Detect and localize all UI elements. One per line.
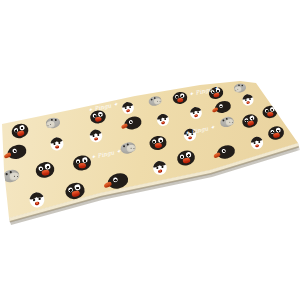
pingu-profile-face — [6, 143, 27, 160]
pingu-open-beak-face — [72, 155, 91, 172]
pinga-face — [89, 129, 104, 144]
pinga-face — [156, 113, 170, 127]
robby-seal-face — [148, 95, 162, 107]
pingu-profile-face — [216, 144, 236, 160]
pinga-face — [49, 136, 64, 151]
pingu-open-beak-face — [34, 161, 55, 180]
pingu-open-beak-face — [149, 135, 168, 151]
pinga-face — [241, 93, 254, 106]
pingu-profile-face — [123, 115, 142, 131]
robby-seal-face — [233, 82, 247, 93]
pinga-face — [28, 191, 46, 209]
pinga-face — [121, 101, 135, 115]
pinga-face — [189, 106, 203, 120]
pingu-logo: ✦ Pingu ✦ — [90, 148, 121, 160]
pingu-profile-face — [214, 100, 232, 114]
pingu-open-beak-face — [267, 125, 285, 141]
product-photo: ✦ Pingu ✦✦ Pingu ✦✦ Pingu ✦✦ Pingu ✦ — [0, 0, 300, 300]
pingu-logo: ✦ Pingu ✦ — [184, 124, 215, 136]
pinga-face — [250, 136, 265, 151]
robby-seal-face — [219, 116, 234, 128]
pingu-open-beak-face — [241, 113, 260, 130]
robby-seal-face — [120, 141, 137, 155]
pingu-open-beak-face — [172, 91, 188, 105]
pinga-face — [152, 160, 168, 176]
pingu-open-beak-face — [10, 122, 30, 141]
robby-seal-face — [45, 116, 61, 129]
penguin-pattern-mat: ✦ Pingu ✦✦ Pingu ✦✦ Pingu ✦✦ Pingu ✦ — [0, 0, 300, 300]
robby-seal-face — [2, 168, 21, 183]
pingu-open-beak-face — [176, 149, 197, 167]
pingu-open-beak-face — [262, 105, 279, 119]
